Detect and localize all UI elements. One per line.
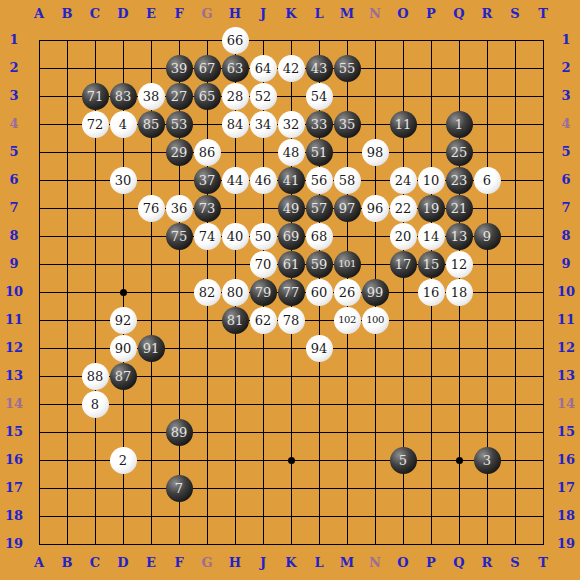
board-point-F5[interactable]: 29 [165, 138, 193, 166]
board-point-Q5[interactable]: 25 [445, 138, 473, 166]
board-point-S12[interactable] [501, 334, 529, 362]
board-point-J17[interactable] [249, 474, 277, 502]
board-point-J11[interactable]: 62 [249, 306, 277, 334]
board-point-S18[interactable] [501, 502, 529, 530]
board-point-R17[interactable] [473, 474, 501, 502]
board-point-H18[interactable] [221, 502, 249, 530]
board-point-O6[interactable]: 24 [389, 166, 417, 194]
board-point-B17[interactable] [53, 474, 81, 502]
board-point-F12[interactable] [165, 334, 193, 362]
board-point-R11[interactable] [473, 306, 501, 334]
board-point-L16[interactable] [305, 446, 333, 474]
board-point-D3[interactable]: 83 [109, 82, 137, 110]
board-point-K10[interactable]: 77 [277, 278, 305, 306]
board-point-R7[interactable] [473, 194, 501, 222]
board-point-H16[interactable] [221, 446, 249, 474]
board-point-D15[interactable] [109, 418, 137, 446]
board-point-A5[interactable] [25, 138, 53, 166]
board-point-Q15[interactable] [445, 418, 473, 446]
board-point-Q1[interactable] [445, 26, 473, 54]
board-point-A13[interactable] [25, 362, 53, 390]
board-point-O5[interactable] [389, 138, 417, 166]
board-point-M5[interactable] [333, 138, 361, 166]
board-point-N15[interactable] [361, 418, 389, 446]
board-point-G4[interactable] [193, 110, 221, 138]
board-point-E10[interactable] [137, 278, 165, 306]
board-point-R19[interactable] [473, 530, 501, 558]
board-point-D8[interactable] [109, 222, 137, 250]
board-point-A14[interactable] [25, 390, 53, 418]
board-point-R3[interactable] [473, 82, 501, 110]
board-point-S1[interactable] [501, 26, 529, 54]
board-point-E9[interactable] [137, 250, 165, 278]
board-point-F1[interactable] [165, 26, 193, 54]
board-point-N4[interactable] [361, 110, 389, 138]
board-point-K16[interactable] [277, 446, 305, 474]
board-point-L5[interactable]: 51 [305, 138, 333, 166]
board-point-D12[interactable]: 90 [109, 334, 137, 362]
board-point-B19[interactable] [53, 530, 81, 558]
board-point-C18[interactable] [81, 502, 109, 530]
board-point-B1[interactable] [53, 26, 81, 54]
board-point-S15[interactable] [501, 418, 529, 446]
board-point-L2[interactable]: 43 [305, 54, 333, 82]
board-point-Q7[interactable]: 21 [445, 194, 473, 222]
board-point-Q14[interactable] [445, 390, 473, 418]
board-point-R13[interactable] [473, 362, 501, 390]
board-point-D13[interactable]: 87 [109, 362, 137, 390]
board-point-M1[interactable] [333, 26, 361, 54]
board-point-F7[interactable]: 36 [165, 194, 193, 222]
board-point-L19[interactable] [305, 530, 333, 558]
board-point-C19[interactable] [81, 530, 109, 558]
board-point-K15[interactable] [277, 418, 305, 446]
board-point-L18[interactable] [305, 502, 333, 530]
board-point-P9[interactable]: 15 [417, 250, 445, 278]
board-point-H7[interactable] [221, 194, 249, 222]
board-point-F2[interactable]: 39 [165, 54, 193, 82]
board-point-H5[interactable] [221, 138, 249, 166]
board-point-R14[interactable] [473, 390, 501, 418]
board-point-B8[interactable] [53, 222, 81, 250]
board-point-E7[interactable]: 76 [137, 194, 165, 222]
board-point-J15[interactable] [249, 418, 277, 446]
board-point-F6[interactable] [165, 166, 193, 194]
board-point-E11[interactable] [137, 306, 165, 334]
board-point-M9[interactable]: 101 [333, 250, 361, 278]
board-point-H17[interactable] [221, 474, 249, 502]
board-point-C12[interactable] [81, 334, 109, 362]
board-point-R16[interactable]: 3 [473, 446, 501, 474]
board-point-A7[interactable] [25, 194, 53, 222]
board-point-N5[interactable]: 98 [361, 138, 389, 166]
board-point-P14[interactable] [417, 390, 445, 418]
board-point-O4[interactable]: 11 [389, 110, 417, 138]
board-point-D2[interactable] [109, 54, 137, 82]
board-point-D5[interactable] [109, 138, 137, 166]
board-point-A12[interactable] [25, 334, 53, 362]
board-point-A9[interactable] [25, 250, 53, 278]
board-point-S2[interactable] [501, 54, 529, 82]
board-point-B7[interactable] [53, 194, 81, 222]
board-point-H10[interactable]: 80 [221, 278, 249, 306]
board-point-D19[interactable] [109, 530, 137, 558]
board-point-G2[interactable]: 67 [193, 54, 221, 82]
board-point-F19[interactable] [165, 530, 193, 558]
board-point-P3[interactable] [417, 82, 445, 110]
board-point-G11[interactable] [193, 306, 221, 334]
board-point-F4[interactable]: 53 [165, 110, 193, 138]
board-point-C1[interactable] [81, 26, 109, 54]
board-point-P1[interactable] [417, 26, 445, 54]
board-point-E2[interactable] [137, 54, 165, 82]
board-point-N17[interactable] [361, 474, 389, 502]
board-point-A15[interactable] [25, 418, 53, 446]
board-point-M18[interactable] [333, 502, 361, 530]
board-point-A3[interactable] [25, 82, 53, 110]
board-point-D7[interactable] [109, 194, 137, 222]
board-point-N10[interactable]: 99 [361, 278, 389, 306]
board-point-R1[interactable] [473, 26, 501, 54]
board-point-R15[interactable] [473, 418, 501, 446]
board-point-F14[interactable] [165, 390, 193, 418]
board-point-F8[interactable]: 75 [165, 222, 193, 250]
board-point-M17[interactable] [333, 474, 361, 502]
board-point-N18[interactable] [361, 502, 389, 530]
board-point-K9[interactable]: 61 [277, 250, 305, 278]
board-point-N12[interactable] [361, 334, 389, 362]
board-point-G8[interactable]: 74 [193, 222, 221, 250]
board-point-O3[interactable] [389, 82, 417, 110]
board-point-F17[interactable]: 7 [165, 474, 193, 502]
board-point-S3[interactable] [501, 82, 529, 110]
board-point-K4[interactable]: 32 [277, 110, 305, 138]
board-point-A18[interactable] [25, 502, 53, 530]
board-point-C13[interactable]: 88 [81, 362, 109, 390]
board-point-L7[interactable]: 57 [305, 194, 333, 222]
board-point-A17[interactable] [25, 474, 53, 502]
board-point-G18[interactable] [193, 502, 221, 530]
board-point-L13[interactable] [305, 362, 333, 390]
board-point-M12[interactable] [333, 334, 361, 362]
board-point-M4[interactable]: 35 [333, 110, 361, 138]
board-point-N9[interactable] [361, 250, 389, 278]
board-point-H2[interactable]: 63 [221, 54, 249, 82]
board-point-P8[interactable]: 14 [417, 222, 445, 250]
board-point-A1[interactable] [25, 26, 53, 54]
board-point-G1[interactable] [193, 26, 221, 54]
board-point-F10[interactable] [165, 278, 193, 306]
board-point-C11[interactable] [81, 306, 109, 334]
board-point-Q6[interactable]: 23 [445, 166, 473, 194]
board-point-R4[interactable] [473, 110, 501, 138]
board-point-G19[interactable] [193, 530, 221, 558]
board-point-O17[interactable] [389, 474, 417, 502]
board-point-N13[interactable] [361, 362, 389, 390]
board-point-P19[interactable] [417, 530, 445, 558]
board-point-P13[interactable] [417, 362, 445, 390]
board-point-N19[interactable] [361, 530, 389, 558]
board-point-M8[interactable] [333, 222, 361, 250]
board-point-M2[interactable]: 55 [333, 54, 361, 82]
board-point-S10[interactable] [501, 278, 529, 306]
board-point-E1[interactable] [137, 26, 165, 54]
board-point-E16[interactable] [137, 446, 165, 474]
board-point-B10[interactable] [53, 278, 81, 306]
board-point-C7[interactable] [81, 194, 109, 222]
board-point-B13[interactable] [53, 362, 81, 390]
board-point-N1[interactable] [361, 26, 389, 54]
board-point-E19[interactable] [137, 530, 165, 558]
board-point-P7[interactable]: 19 [417, 194, 445, 222]
board-point-J16[interactable] [249, 446, 277, 474]
board-point-M7[interactable]: 97 [333, 194, 361, 222]
board-point-K19[interactable] [277, 530, 305, 558]
board-point-L14[interactable] [305, 390, 333, 418]
board-point-A11[interactable] [25, 306, 53, 334]
board-point-S6[interactable] [501, 166, 529, 194]
board-point-Q13[interactable] [445, 362, 473, 390]
board-point-C5[interactable] [81, 138, 109, 166]
board-point-F11[interactable] [165, 306, 193, 334]
board-point-J6[interactable]: 46 [249, 166, 277, 194]
board-point-Q4[interactable]: 1 [445, 110, 473, 138]
board-point-L8[interactable]: 68 [305, 222, 333, 250]
board-point-O15[interactable] [389, 418, 417, 446]
board-point-H6[interactable]: 44 [221, 166, 249, 194]
board-point-H15[interactable] [221, 418, 249, 446]
board-point-P4[interactable] [417, 110, 445, 138]
board-point-C15[interactable] [81, 418, 109, 446]
board-point-R2[interactable] [473, 54, 501, 82]
board-point-C2[interactable] [81, 54, 109, 82]
board-point-E5[interactable] [137, 138, 165, 166]
board-point-G3[interactable]: 65 [193, 82, 221, 110]
board-point-M15[interactable] [333, 418, 361, 446]
board-point-O18[interactable] [389, 502, 417, 530]
board-point-J14[interactable] [249, 390, 277, 418]
board-point-G15[interactable] [193, 418, 221, 446]
board-point-B16[interactable] [53, 446, 81, 474]
board-point-J4[interactable]: 34 [249, 110, 277, 138]
board-point-P17[interactable] [417, 474, 445, 502]
board-point-E12[interactable]: 91 [137, 334, 165, 362]
board-point-S7[interactable] [501, 194, 529, 222]
board-point-N11[interactable]: 100 [361, 306, 389, 334]
board-point-E17[interactable] [137, 474, 165, 502]
board-point-O16[interactable]: 5 [389, 446, 417, 474]
board-point-R18[interactable] [473, 502, 501, 530]
board-point-O14[interactable] [389, 390, 417, 418]
board-point-H4[interactable]: 84 [221, 110, 249, 138]
board-point-D1[interactable] [109, 26, 137, 54]
board-point-C9[interactable] [81, 250, 109, 278]
board-point-B4[interactable] [53, 110, 81, 138]
board-point-K11[interactable]: 78 [277, 306, 305, 334]
board-point-M11[interactable]: 102 [333, 306, 361, 334]
board-point-Q19[interactable] [445, 530, 473, 558]
board-point-J5[interactable] [249, 138, 277, 166]
board-point-S13[interactable] [501, 362, 529, 390]
board-point-L17[interactable] [305, 474, 333, 502]
board-point-S11[interactable] [501, 306, 529, 334]
board-point-R12[interactable] [473, 334, 501, 362]
board-point-D4[interactable]: 4 [109, 110, 137, 138]
board-point-F9[interactable] [165, 250, 193, 278]
board-point-O12[interactable] [389, 334, 417, 362]
board-point-O2[interactable] [389, 54, 417, 82]
board-point-D6[interactable]: 30 [109, 166, 137, 194]
board-point-J2[interactable]: 64 [249, 54, 277, 82]
board-point-C14[interactable]: 8 [81, 390, 109, 418]
board-point-D18[interactable] [109, 502, 137, 530]
board-point-P12[interactable] [417, 334, 445, 362]
board-point-F18[interactable] [165, 502, 193, 530]
board-point-P15[interactable] [417, 418, 445, 446]
board-point-J19[interactable] [249, 530, 277, 558]
board-point-A2[interactable] [25, 54, 53, 82]
board-point-R5[interactable] [473, 138, 501, 166]
board-point-M13[interactable] [333, 362, 361, 390]
board-point-R6[interactable]: 6 [473, 166, 501, 194]
board-point-J9[interactable]: 70 [249, 250, 277, 278]
board-point-H13[interactable] [221, 362, 249, 390]
board-point-G16[interactable] [193, 446, 221, 474]
board-point-C8[interactable] [81, 222, 109, 250]
board-point-C3[interactable]: 71 [81, 82, 109, 110]
board-point-A6[interactable] [25, 166, 53, 194]
board-point-K18[interactable] [277, 502, 305, 530]
board-point-S4[interactable] [501, 110, 529, 138]
board-point-C4[interactable]: 72 [81, 110, 109, 138]
board-point-J3[interactable]: 52 [249, 82, 277, 110]
board-point-O8[interactable]: 20 [389, 222, 417, 250]
board-point-R8[interactable]: 9 [473, 222, 501, 250]
board-point-D17[interactable] [109, 474, 137, 502]
board-point-H19[interactable] [221, 530, 249, 558]
board-point-H11[interactable]: 81 [221, 306, 249, 334]
board-point-H12[interactable] [221, 334, 249, 362]
board-point-F16[interactable] [165, 446, 193, 474]
board-point-L6[interactable]: 56 [305, 166, 333, 194]
board-point-J18[interactable] [249, 502, 277, 530]
board-point-E13[interactable] [137, 362, 165, 390]
board-point-J1[interactable] [249, 26, 277, 54]
board-point-M3[interactable] [333, 82, 361, 110]
board-point-M6[interactable]: 58 [333, 166, 361, 194]
board-point-R9[interactable] [473, 250, 501, 278]
board-point-D10[interactable] [109, 278, 137, 306]
board-point-D9[interactable] [109, 250, 137, 278]
board-point-K7[interactable]: 49 [277, 194, 305, 222]
board-point-P11[interactable] [417, 306, 445, 334]
board-point-P5[interactable] [417, 138, 445, 166]
board-point-Q11[interactable] [445, 306, 473, 334]
board-point-K13[interactable] [277, 362, 305, 390]
board-point-D11[interactable]: 92 [109, 306, 137, 334]
board-point-S9[interactable] [501, 250, 529, 278]
board-point-S5[interactable] [501, 138, 529, 166]
board-point-B12[interactable] [53, 334, 81, 362]
board-point-K5[interactable]: 48 [277, 138, 305, 166]
board-point-G6[interactable]: 37 [193, 166, 221, 194]
board-point-A4[interactable] [25, 110, 53, 138]
board-point-H8[interactable]: 40 [221, 222, 249, 250]
board-point-K6[interactable]: 41 [277, 166, 305, 194]
board-point-G9[interactable] [193, 250, 221, 278]
board-point-J10[interactable]: 79 [249, 278, 277, 306]
board-point-N14[interactable] [361, 390, 389, 418]
board-point-E15[interactable] [137, 418, 165, 446]
board-point-M10[interactable]: 26 [333, 278, 361, 306]
board-point-P16[interactable] [417, 446, 445, 474]
board-point-L9[interactable]: 59 [305, 250, 333, 278]
board-point-O7[interactable]: 22 [389, 194, 417, 222]
board-point-O19[interactable] [389, 530, 417, 558]
board-point-B3[interactable] [53, 82, 81, 110]
board-point-G17[interactable] [193, 474, 221, 502]
board-point-G7[interactable]: 73 [193, 194, 221, 222]
board-point-A16[interactable] [25, 446, 53, 474]
board-point-P2[interactable] [417, 54, 445, 82]
board-point-F15[interactable]: 89 [165, 418, 193, 446]
board-point-L10[interactable]: 60 [305, 278, 333, 306]
board-point-Q16[interactable] [445, 446, 473, 474]
board-point-O9[interactable]: 17 [389, 250, 417, 278]
board-point-S8[interactable] [501, 222, 529, 250]
board-point-H3[interactable]: 28 [221, 82, 249, 110]
board-point-M16[interactable] [333, 446, 361, 474]
board-point-A10[interactable] [25, 278, 53, 306]
board-point-P10[interactable]: 16 [417, 278, 445, 306]
board-point-J13[interactable] [249, 362, 277, 390]
board-point-L1[interactable] [305, 26, 333, 54]
board-point-L4[interactable]: 33 [305, 110, 333, 138]
board-point-K17[interactable] [277, 474, 305, 502]
board-point-D14[interactable] [109, 390, 137, 418]
board-point-S19[interactable] [501, 530, 529, 558]
board-point-B6[interactable] [53, 166, 81, 194]
board-point-G13[interactable] [193, 362, 221, 390]
board-point-H14[interactable] [221, 390, 249, 418]
board-point-N2[interactable] [361, 54, 389, 82]
board-point-E3[interactable]: 38 [137, 82, 165, 110]
board-point-B14[interactable] [53, 390, 81, 418]
board-point-L15[interactable] [305, 418, 333, 446]
board-point-E8[interactable] [137, 222, 165, 250]
board-point-O11[interactable] [389, 306, 417, 334]
board-point-Q3[interactable] [445, 82, 473, 110]
board-point-K12[interactable] [277, 334, 305, 362]
board-point-R10[interactable] [473, 278, 501, 306]
board-point-P18[interactable] [417, 502, 445, 530]
board-point-J8[interactable]: 50 [249, 222, 277, 250]
board-point-S17[interactable] [501, 474, 529, 502]
board-point-E4[interactable]: 85 [137, 110, 165, 138]
board-point-G14[interactable] [193, 390, 221, 418]
board-point-Q8[interactable]: 13 [445, 222, 473, 250]
board-point-H9[interactable] [221, 250, 249, 278]
board-point-K1[interactable] [277, 26, 305, 54]
board-point-S14[interactable] [501, 390, 529, 418]
board-point-D16[interactable]: 2 [109, 446, 137, 474]
board-point-C10[interactable] [81, 278, 109, 306]
board-point-N3[interactable] [361, 82, 389, 110]
board-point-S16[interactable] [501, 446, 529, 474]
board-point-A19[interactable] [25, 530, 53, 558]
board-point-K14[interactable] [277, 390, 305, 418]
board-point-K2[interactable]: 42 [277, 54, 305, 82]
